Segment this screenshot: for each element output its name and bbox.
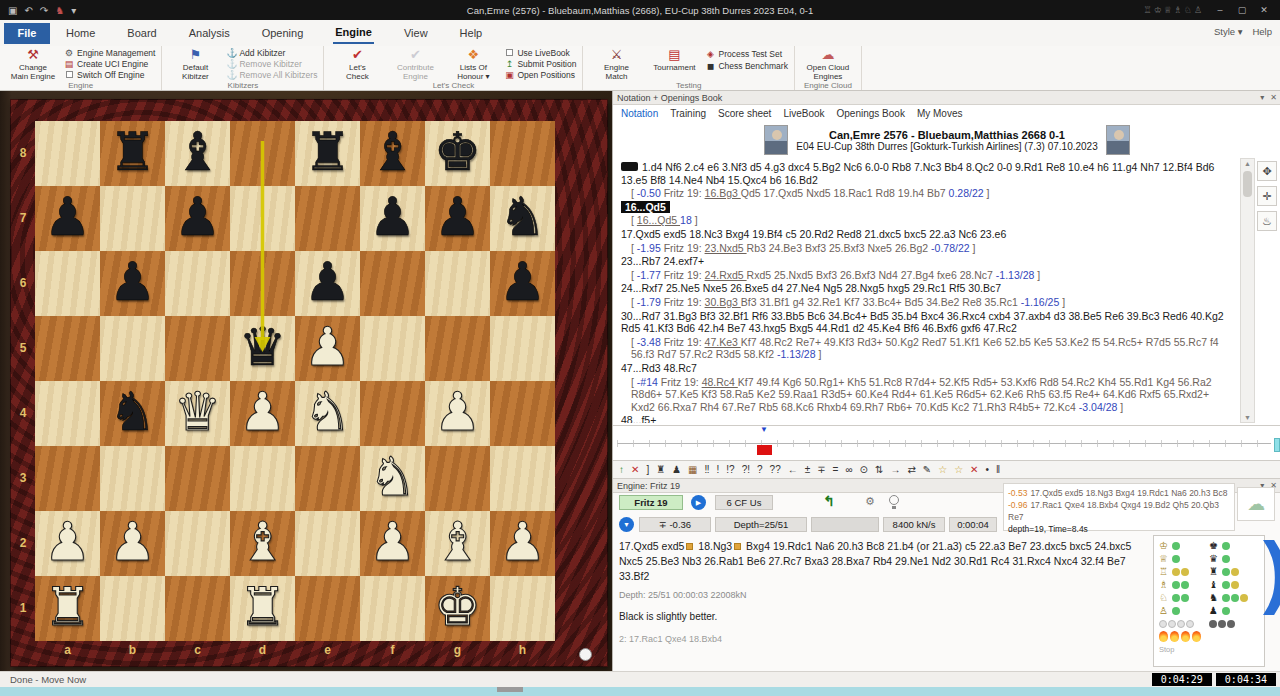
square-b6[interactable]: ♟ bbox=[100, 251, 165, 316]
white-pawn-d4[interactable]: ♟ bbox=[230, 381, 295, 446]
engine-depth-value: Depth=25/51 bbox=[715, 517, 807, 532]
fire-icon bbox=[1181, 631, 1190, 642]
annotation-symbol-button[interactable]: • bbox=[985, 464, 989, 475]
copy-line-icon[interactable]: ✛ bbox=[1257, 186, 1277, 206]
white-pawn-g4[interactable]: ♟ bbox=[425, 381, 490, 446]
black-piece-icon: ♞ bbox=[1209, 592, 1221, 603]
engine-variation-icon[interactable]: ✥ bbox=[1257, 161, 1277, 181]
notation-tab-livebook[interactable]: LiveBook bbox=[783, 108, 824, 119]
square-f1[interactable] bbox=[360, 576, 425, 641]
eval-current-marker bbox=[757, 445, 772, 455]
black-piece-icon: ♛ bbox=[1209, 553, 1221, 564]
square-g1[interactable]: ♚ bbox=[425, 576, 490, 641]
square-h4[interactable] bbox=[490, 381, 555, 446]
square-d7[interactable] bbox=[230, 186, 295, 251]
engine-progress bbox=[811, 517, 879, 532]
square-g5[interactable] bbox=[425, 316, 490, 381]
square-f8[interactable]: ♝ bbox=[360, 121, 425, 186]
engine-analysis[interactable]: 17.Qxd5 exd5 18.Ng3 Bxg4 19.Rdc1 Na6 20.… bbox=[619, 539, 1147, 647]
square-c3[interactable] bbox=[165, 446, 230, 511]
square-b5[interactable] bbox=[100, 316, 165, 381]
engine-stop-button[interactable]: ▼ bbox=[619, 517, 634, 532]
style-menu[interactable]: Style ▾ bbox=[1214, 26, 1243, 37]
annotation-symbol-button[interactable]: ‖ bbox=[996, 464, 1000, 475]
engine-alt-line: 2: 17.Rac1 Qxe4 18.Bxb4 bbox=[619, 632, 1147, 647]
square-c5[interactable] bbox=[165, 316, 230, 381]
white-piece-icon: ♔ bbox=[1159, 540, 1171, 551]
black-rook-b8[interactable]: ♜ bbox=[100, 121, 165, 186]
square-e4[interactable]: ♞ bbox=[295, 381, 360, 446]
quality-dot bbox=[1222, 594, 1230, 602]
default-kibitzer-button[interactable]: ⚑DefaultKibitzer bbox=[166, 47, 224, 80]
use-livebook-button[interactable]: Use LiveBook bbox=[504, 48, 576, 58]
square-g6[interactable] bbox=[425, 251, 490, 316]
white-badge-dot bbox=[1186, 620, 1194, 628]
close-button[interactable]: ✕ bbox=[1254, 5, 1274, 15]
square-a6[interactable] bbox=[35, 251, 100, 316]
quality-dot bbox=[1172, 607, 1180, 615]
benchmark-icon: ◼ bbox=[705, 61, 715, 71]
black-bishop-f8[interactable]: ♝ bbox=[360, 121, 425, 186]
fire-icon bbox=[1159, 631, 1168, 642]
notation-tab-notation[interactable]: Notation bbox=[621, 108, 658, 119]
engine-summary-line: -0.5317.Qxd5 exd5 18.Ng3 Bxg4 19.Rdc1 Na… bbox=[1008, 487, 1230, 499]
create-uci-engine-button[interactable]: ▤Create UCI Engine bbox=[64, 59, 155, 69]
livebook-mug-icon[interactable]: ♨ bbox=[1257, 211, 1277, 231]
black-player-photo bbox=[1106, 125, 1130, 155]
tab-view[interactable]: View bbox=[402, 23, 430, 43]
annotation-symbol-button[interactable]: ☆ bbox=[938, 464, 947, 475]
white-knight-e4[interactable]: ♞ bbox=[295, 381, 360, 446]
black-badge-dot bbox=[1218, 620, 1226, 628]
black-pawn-f7[interactable]: ♟ bbox=[360, 186, 425, 251]
evaluation-profile[interactable]: ▼ bbox=[613, 425, 1280, 461]
ribbon-group-let-s-check: ✔Let'sCheck✔ContributeEngine❖Lists OfHon… bbox=[324, 46, 583, 90]
switch-off-engine-button[interactable]: Switch Off Engine bbox=[64, 70, 155, 80]
annotation-symbol-button[interactable]: ← bbox=[788, 464, 798, 475]
piece-set-icons: ♖♔♕♗♘♙ bbox=[1144, 5, 1204, 15]
ribbon-group-engine-cloud: ☁Open CloudEnginesEngine Cloud bbox=[795, 46, 862, 90]
notation-line[interactable]: [ 16...Qd5 18 ] bbox=[621, 214, 1233, 227]
ribbon-group-engine: ⚒ChangeMain Engine⚙Engine Management▤Cre… bbox=[0, 46, 162, 90]
square-d8[interactable] bbox=[230, 121, 295, 186]
remove-kibitzer-button[interactable]: ⚓Remove Kibitzer bbox=[226, 59, 317, 69]
white-rook-a1[interactable]: ♜ bbox=[35, 576, 100, 641]
square-a3[interactable] bbox=[35, 446, 100, 511]
window-title: Can,Emre (2576) - Bluebaum,Matthias (266… bbox=[0, 5, 1280, 16]
taskbar-edge bbox=[0, 687, 1280, 696]
notation-scrollbar[interactable]: ▲ ▼ bbox=[1240, 158, 1255, 423]
square-e6[interactable]: ♟ bbox=[295, 251, 360, 316]
remove-all-icon: ⚓ bbox=[226, 70, 236, 80]
cloud-icon: ☁ bbox=[821, 48, 834, 62]
square-a2[interactable]: ♟ bbox=[35, 511, 100, 576]
annotation-symbol-button[interactable]: ? bbox=[757, 464, 763, 475]
white-king-g1[interactable]: ♚ bbox=[425, 576, 490, 641]
square-a8[interactable] bbox=[35, 121, 100, 186]
square-c8[interactable]: ♝ bbox=[165, 121, 230, 186]
square-b4[interactable]: ♞ bbox=[100, 381, 165, 446]
square-e2[interactable] bbox=[295, 511, 360, 576]
notation-moves[interactable]: 1.d4 Nf6 2.c4 e6 3.Nf3 d5 4.g3 dxc4 5.Bg… bbox=[613, 158, 1235, 423]
tab-help[interactable]: Help bbox=[458, 23, 485, 43]
engine-cores-button[interactable]: 6 CF Us bbox=[715, 495, 773, 510]
white-badge-dot bbox=[1177, 620, 1185, 628]
remove-kibitzer-icon: ⚓ bbox=[226, 59, 236, 69]
annotation-symbol-button[interactable]: ⇄ bbox=[907, 464, 915, 475]
engine-speed-value: 8400 kN/s bbox=[883, 517, 945, 532]
livebook-marker-icon bbox=[734, 543, 741, 550]
chess-board[interactable]: ♜♝♜♝♚♟♟♟♟♞♟♟♟♛♟♞♛♟♞♟♞♟♟♝♟♝♟♜♜♚ bbox=[35, 121, 555, 641]
square-f4[interactable] bbox=[360, 381, 425, 446]
black-queen-d5[interactable]: ♛ bbox=[230, 316, 295, 381]
lets-check-button[interactable]: ✔Let'sCheck bbox=[328, 47, 386, 80]
square-a1[interactable]: ♜ bbox=[35, 576, 100, 641]
open-cloud-engines-button[interactable]: ☁Open CloudEngines bbox=[799, 47, 857, 80]
square-a7[interactable]: ♟ bbox=[35, 186, 100, 251]
fritz-brain-bracket: ) bbox=[1263, 531, 1280, 611]
annotation-symbol-button[interactable]: ?! bbox=[742, 464, 750, 475]
notation-line[interactable]: [ -1.79 Fritz 19: 30.Bg3 Bf3 31.Bf1 g4 3… bbox=[621, 296, 1233, 309]
square-c7[interactable]: ♟ bbox=[165, 186, 230, 251]
engine-play-button[interactable]: ▶ bbox=[691, 495, 706, 510]
square-g4[interactable]: ♟ bbox=[425, 381, 490, 446]
white-piece-icon: ♘ bbox=[1159, 592, 1171, 603]
engine-name-button[interactable]: Fritz 19 bbox=[619, 495, 683, 510]
square-d1[interactable]: ♜ bbox=[230, 576, 295, 641]
notation-line[interactable]: [ -#14 Fritz 19: 48.Rc4 Kf7 49.f4 Kg6 50… bbox=[621, 376, 1233, 414]
annotation-symbol-button[interactable]: ! bbox=[717, 464, 720, 475]
engine-depth-line: Depth: 25/51 00:00:03 22008kN bbox=[619, 588, 1147, 603]
notation-line[interactable]: 1.d4 Nf6 2.c4 e6 3.Nf3 d5 4.g3 dxc4 5.Bg… bbox=[621, 161, 1233, 186]
quality-dot bbox=[1222, 568, 1230, 576]
quality-dot bbox=[1172, 581, 1180, 589]
square-d4[interactable]: ♟ bbox=[230, 381, 295, 446]
contribute-engine-button[interactable]: ✔ContributeEngine bbox=[386, 47, 444, 80]
piece-quality-row: ♘♞ bbox=[1159, 591, 1259, 604]
players-line: Can,Emre 2576 - Bluebaum,Matthias 2668 0… bbox=[796, 129, 1097, 141]
annotation-symbol-button[interactable]: → bbox=[890, 464, 900, 475]
black-pawn-c7[interactable]: ♟ bbox=[165, 186, 230, 251]
annotation-symbol-button[interactable]: ▦ bbox=[688, 464, 697, 475]
square-c4[interactable]: ♛ bbox=[165, 381, 230, 446]
white-rook-d1[interactable]: ♜ bbox=[230, 576, 295, 641]
square-e3[interactable] bbox=[295, 446, 360, 511]
quality-dot bbox=[1181, 594, 1189, 602]
check-icon: ✔ bbox=[352, 48, 363, 62]
square-h7[interactable]: ♞ bbox=[490, 186, 555, 251]
square-b7[interactable] bbox=[100, 186, 165, 251]
engine-summary-line: -0.9617.Rac1 Qxe4 18.Bxb4 Qxg4 19.Bd2 Qh… bbox=[1008, 499, 1230, 523]
engine-match-button[interactable]: ⚔EngineMatch bbox=[587, 47, 645, 80]
square-g8[interactable]: ♚ bbox=[425, 121, 490, 186]
notation-tab-my-moves[interactable]: My Moves bbox=[917, 108, 963, 119]
engine-controls: Fritz 19 ▶ 6 CF Us ↰ ⚙ ▼ ∓ -0.36 Depth=2… bbox=[613, 493, 1001, 537]
titlebar: ▣ ↶ ↷ ♞ ▾ Can,Emre (2576) - Bluebaum,Mat… bbox=[0, 0, 1280, 20]
square-f5[interactable] bbox=[360, 316, 425, 381]
black-knight-h7[interactable]: ♞ bbox=[490, 186, 555, 251]
square-d3[interactable] bbox=[230, 446, 295, 511]
square-b2[interactable]: ♟ bbox=[100, 511, 165, 576]
current-move-line[interactable]: 16...Qd5 bbox=[621, 201, 1233, 214]
annotation-symbol-button[interactable]: !? bbox=[726, 464, 734, 475]
notation-line[interactable]: 23...Rb7 24.exf7+ bbox=[621, 255, 1233, 268]
black-pawn-b6[interactable]: ♟ bbox=[100, 251, 165, 316]
checkbox[interactable] bbox=[64, 70, 74, 80]
square-f2[interactable]: ♟ bbox=[360, 511, 425, 576]
annotation-symbol-button[interactable]: ∓ bbox=[817, 464, 825, 475]
black-bishop-c8[interactable]: ♝ bbox=[165, 121, 230, 186]
eval-strip-scroll-thumb[interactable] bbox=[1274, 438, 1280, 452]
square-c2[interactable] bbox=[165, 511, 230, 576]
tab-home[interactable]: Home bbox=[64, 23, 97, 43]
ribbon: ⚒ChangeMain Engine⚙Engine Management▤Cre… bbox=[0, 46, 1280, 91]
white-bishop-d2[interactable]: ♝ bbox=[230, 511, 295, 576]
black-piece-icon: ♜ bbox=[1209, 566, 1221, 577]
black-knight-b4[interactable]: ♞ bbox=[100, 381, 165, 446]
notation-line[interactable]: [ -3.48 Fritz 19: 47.Ke3 Kf7 48.Rc2 Re7+… bbox=[621, 336, 1233, 361]
game-header: Can,Emre 2576 - Bluebaum,Matthias 2668 0… bbox=[613, 122, 1280, 158]
black-king-g8[interactable]: ♚ bbox=[425, 121, 490, 186]
remove-all-kibitzers-button[interactable]: ⚓Remove All Kibitzers bbox=[226, 70, 317, 80]
right-column: Notation + Openings Book ▾ ✕ NotationTra… bbox=[612, 91, 1280, 671]
quality-dot bbox=[1231, 581, 1239, 589]
annotation-symbol-button[interactable]: ♟ bbox=[672, 464, 681, 475]
engine-summary-footer: depth=19, Time=8.4s bbox=[1008, 523, 1230, 535]
quality-dot bbox=[1240, 594, 1248, 602]
open-positions-button[interactable]: ▣Open Positions bbox=[504, 70, 576, 80]
square-g3[interactable] bbox=[425, 446, 490, 511]
honour-icon: ❖ bbox=[468, 48, 480, 62]
tournament-button[interactable]: ▤Tournament bbox=[645, 47, 703, 80]
quality-dot bbox=[1222, 607, 1230, 615]
change-main-engine-button[interactable]: ⚒ChangeMain Engine bbox=[4, 47, 62, 80]
annotation-symbol-button[interactable]: ± bbox=[805, 464, 811, 475]
square-a4[interactable] bbox=[35, 381, 100, 446]
annotation-symbol-button[interactable]: ‼ bbox=[705, 464, 710, 475]
black-piece-icon: ♝ bbox=[1209, 579, 1221, 590]
notation-line[interactable]: [ -1.77 Fritz 19: 24.Rxd5 Rxd5 25.Nxd5 B… bbox=[621, 269, 1233, 282]
quality-dot bbox=[1172, 568, 1180, 576]
notation-tab-training[interactable]: Training bbox=[670, 108, 706, 119]
white-bishop-g2[interactable]: ♝ bbox=[425, 511, 490, 576]
square-f7[interactable]: ♟ bbox=[360, 186, 425, 251]
square-h3[interactable] bbox=[490, 446, 555, 511]
white-pawn-f2[interactable]: ♟ bbox=[360, 511, 425, 576]
cloud-engine-icon[interactable]: ☁ bbox=[1237, 487, 1275, 521]
quality-dot bbox=[1222, 555, 1230, 563]
white-piece-icon: ♕ bbox=[1159, 553, 1171, 564]
square-e7[interactable] bbox=[295, 186, 360, 251]
square-h8[interactable] bbox=[490, 121, 555, 186]
annotation-symbol-button[interactable]: ✎ bbox=[923, 464, 931, 475]
black-pawn-h6[interactable]: ♟ bbox=[490, 251, 555, 316]
annotation-symbol-button[interactable]: ☆ bbox=[954, 464, 963, 475]
square-h6[interactable]: ♟ bbox=[490, 251, 555, 316]
submit-position-button[interactable]: ↥Submit Position bbox=[504, 59, 576, 69]
menubar: File HomeBoardAnalysisOpeningEngineViewH… bbox=[0, 20, 1280, 46]
eval-position-triangle: ▼ bbox=[760, 425, 768, 434]
quality-dot bbox=[1181, 581, 1189, 589]
submit-icon: ↥ bbox=[504, 59, 514, 69]
result-chip bbox=[621, 162, 638, 171]
square-d6[interactable] bbox=[230, 251, 295, 316]
white-knight-f3[interactable]: ♞ bbox=[360, 446, 425, 511]
white-piece-icon: ♖ bbox=[1159, 566, 1171, 577]
notation-panel: Notation + Openings Book ▾ ✕ NotationTra… bbox=[613, 91, 1280, 425]
annotation-symbol-button[interactable]: ?? bbox=[770, 464, 781, 475]
fire-icon bbox=[1192, 631, 1201, 642]
white-clock: 0:04:29 bbox=[1152, 673, 1212, 686]
notation-panel-header: Notation + Openings Book ▾ ✕ bbox=[613, 91, 1280, 105]
black-rook-e8[interactable]: ♜ bbox=[295, 121, 360, 186]
quality-dot bbox=[1172, 555, 1180, 563]
file-labels: abcdefgh bbox=[35, 643, 555, 657]
square-f6[interactable] bbox=[360, 251, 425, 316]
square-d5[interactable]: ♛ bbox=[230, 316, 295, 381]
piece-quality-row: ♖♜ bbox=[1159, 565, 1259, 578]
process-test-set-button[interactable]: ◈Process Test Set bbox=[705, 48, 787, 59]
board-window: 87654321 ♜♝♜♝♚♟♟♟♟♞♟♟♟♛♟♞♛♟♞♟♞♟♟♝♟♝♟♜♜♚ … bbox=[0, 91, 612, 671]
add-kibitzer-button[interactable]: ⚓Add Kibitzer bbox=[226, 48, 317, 58]
square-e1[interactable] bbox=[295, 576, 360, 641]
engine-management-button[interactable]: ⚙Engine Management bbox=[64, 48, 155, 58]
annotation-toolbar: ↑✕]♜♟▦‼!!??!???←±∓=∞⊙⇅→⇄✎☆☆✕•‖ bbox=[613, 461, 1280, 479]
engine-management-icon: ⚙ bbox=[64, 48, 74, 58]
notation-tab-openings-book[interactable]: Openings Book bbox=[837, 108, 905, 119]
status-bar: Done - Move Now 0:04:290:04:34 bbox=[0, 671, 1280, 687]
quality-dot bbox=[1172, 542, 1180, 550]
square-b1[interactable] bbox=[100, 576, 165, 641]
square-h5[interactable] bbox=[490, 316, 555, 381]
quality-dot bbox=[1181, 568, 1189, 576]
annotation-symbol-button[interactable]: ∞ bbox=[845, 464, 852, 475]
tab-file[interactable]: File bbox=[4, 23, 50, 44]
quality-dot bbox=[1172, 594, 1180, 602]
square-e8[interactable]: ♜ bbox=[295, 121, 360, 186]
annotation-symbol-button[interactable]: = bbox=[833, 464, 839, 475]
checkbox[interactable] bbox=[504, 48, 514, 58]
black-pawn-e6[interactable]: ♟ bbox=[295, 251, 360, 316]
white-pawn-e5[interactable]: ♟ bbox=[295, 316, 360, 381]
notation-line[interactable]: 17.Qxd5 exd5 18.Nc3 Bxg4 19.Bf4 c5 20.Rd… bbox=[621, 228, 1233, 241]
rank-labels: 87654321 bbox=[15, 121, 31, 641]
square-f3[interactable]: ♞ bbox=[360, 446, 425, 511]
lists-of-honour-button[interactable]: ❖Lists OfHonour ▾ bbox=[444, 47, 502, 80]
annotation-symbol-button[interactable]: ⊙ bbox=[860, 464, 868, 475]
tab-opening[interactable]: Opening bbox=[260, 23, 306, 43]
engine-assessment: Black is slightly better. bbox=[619, 609, 1147, 624]
panel-close-icon[interactable]: ✕ bbox=[1270, 93, 1277, 102]
square-g7[interactable]: ♟ bbox=[425, 186, 490, 251]
white-badge-dot bbox=[1168, 620, 1176, 628]
black-piece-icon: ♟ bbox=[1209, 605, 1221, 616]
square-b8[interactable]: ♜ bbox=[100, 121, 165, 186]
black-clock: 0:04:34 bbox=[1216, 673, 1276, 686]
annotation-symbol-button[interactable]: ⇅ bbox=[875, 464, 883, 475]
event-line: E04 EU-Cup 38th Durres [Gokturk-Turkish … bbox=[796, 141, 1097, 152]
panel-menu-icon[interactable]: ▾ bbox=[1260, 93, 1264, 102]
white-piece-icon: ♗ bbox=[1159, 579, 1171, 590]
help-link[interactable]: Help bbox=[1252, 26, 1272, 37]
notation-line[interactable]: 30...Rd7 31.Bg3 Bf3 32.Bf1 Rf6 33.Bb5 Bc… bbox=[621, 310, 1233, 335]
open-positions-icon: ▣ bbox=[504, 70, 514, 80]
black-pawn-g7[interactable]: ♟ bbox=[425, 186, 490, 251]
maximize-button[interactable]: ▢ bbox=[1232, 5, 1252, 15]
black-badge-dot bbox=[1209, 620, 1217, 628]
square-h1[interactable] bbox=[490, 576, 555, 641]
square-d2[interactable]: ♝ bbox=[230, 511, 295, 576]
black-pawn-a7[interactable]: ♟ bbox=[35, 186, 100, 251]
notation-line[interactable]: 47...Rd3 48.Rc7 bbox=[621, 362, 1233, 375]
annotation-symbol-button[interactable]: ] bbox=[646, 464, 649, 475]
white-pawn-a2[interactable]: ♟ bbox=[35, 511, 100, 576]
chessbase-window: ▣ ↶ ↷ ♞ ▾ Can,Emre (2576) - Bluebaum,Mat… bbox=[0, 0, 1280, 696]
black-piece-icon: ♚ bbox=[1209, 540, 1221, 551]
engine-main-line[interactable]: 17.Qxd5 exd5 18.Ng3 Bxg4 19.Rdc1 Na6 20.… bbox=[619, 539, 1147, 584]
quality-dot bbox=[1222, 542, 1230, 550]
engine-settings-icon[interactable]: ⚙ bbox=[865, 495, 875, 508]
notation-line[interactable]: 48...f5+ bbox=[621, 414, 1233, 423]
fire-icon bbox=[1170, 631, 1179, 642]
analysis-tree-icon[interactable]: ↰ bbox=[823, 493, 835, 509]
engine-time-value: 0:00:04 bbox=[949, 517, 997, 532]
white-pawn-h2[interactable]: ♟ bbox=[490, 511, 555, 576]
quality-dot bbox=[1231, 594, 1239, 602]
white-queen-c4[interactable]: ♛ bbox=[165, 381, 230, 446]
black-badge-dot bbox=[1227, 620, 1235, 628]
square-a5[interactable] bbox=[35, 316, 100, 381]
annotation-symbol-button[interactable]: ↑ bbox=[619, 464, 624, 475]
tournament-icon: ▤ bbox=[668, 48, 680, 62]
minimize-button[interactable]: – bbox=[1210, 5, 1230, 15]
status-text: Done - Move Now bbox=[10, 674, 86, 685]
square-h2[interactable]: ♟ bbox=[490, 511, 555, 576]
stop-label[interactable]: Stop bbox=[1159, 645, 1259, 654]
annotation-symbol-button[interactable]: ♜ bbox=[656, 464, 665, 475]
engine-swap-icon: ⚒ bbox=[27, 48, 39, 62]
notation-tab-score-sheet[interactable]: Score sheet bbox=[718, 108, 771, 119]
livebook-marker-icon bbox=[686, 543, 693, 550]
hint-bulb-icon[interactable] bbox=[889, 495, 899, 505]
quality-dot bbox=[1222, 581, 1230, 589]
square-b3[interactable] bbox=[100, 446, 165, 511]
contribute-icon: ✔ bbox=[410, 48, 421, 62]
engine-eval-value: ∓ -0.36 bbox=[639, 517, 711, 532]
notation-line[interactable]: 24...Rxf7 25.Ne5 Nxe5 26.Bxe5 d4 27.Ne4 … bbox=[621, 282, 1233, 295]
add-kibitzer-icon: ⚓ bbox=[226, 48, 236, 58]
ribbon-group-testing: ⚔EngineMatch▤Tournament◈Process Test Set… bbox=[583, 46, 794, 90]
square-c6[interactable] bbox=[165, 251, 230, 316]
tab-analysis[interactable]: Analysis bbox=[187, 23, 232, 43]
tab-board[interactable]: Board bbox=[125, 23, 158, 43]
white-pawn-b2[interactable]: ♟ bbox=[100, 511, 165, 576]
square-c1[interactable] bbox=[165, 576, 230, 641]
annotation-symbol-button[interactable]: ✕ bbox=[631, 464, 639, 475]
square-g2[interactable]: ♝ bbox=[425, 511, 490, 576]
test-set-icon: ◈ bbox=[705, 49, 715, 59]
match-icon: ⚔ bbox=[611, 48, 623, 62]
quality-dot bbox=[1231, 568, 1239, 576]
tab-engine[interactable]: Engine bbox=[333, 22, 374, 44]
annotation-symbol-button[interactable]: ✕ bbox=[970, 464, 978, 475]
notation-line[interactable]: [ -1.95 Fritz 19: 23.Nxd5 Rb3 24.Be3 Bxf… bbox=[621, 242, 1233, 255]
ribbon-group-kibitzers: ⚑DefaultKibitzer⚓Add Kibitzer⚓Remove Kib… bbox=[162, 46, 324, 90]
notation-line[interactable]: [ -0.50 Fritz 19: 16.Bg3 Qd5 17.Qxd5 Nxd… bbox=[621, 187, 1233, 200]
square-e5[interactable]: ♟ bbox=[295, 316, 360, 381]
white-player-photo bbox=[764, 125, 788, 155]
chess-benchmark-button[interactable]: ◼Chess Benchmark bbox=[705, 60, 787, 71]
